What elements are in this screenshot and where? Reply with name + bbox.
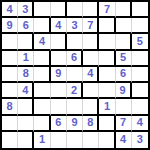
cell-r8c3-empty[interactable]	[34, 116, 50, 132]
cell-r6c7-empty[interactable]	[99, 83, 115, 99]
cell-r7c8-empty[interactable]	[116, 99, 132, 115]
cell-r5c4-given: 9	[51, 67, 67, 83]
cell-r2c2-given: 6	[18, 18, 34, 34]
cell-r4c2-given: 1	[18, 51, 34, 67]
cell-r7c6-empty[interactable]	[83, 99, 99, 115]
cell-r1c3-empty[interactable]	[34, 2, 50, 18]
cell-r9c6-empty[interactable]	[83, 132, 99, 148]
cell-r8c1-empty[interactable]	[2, 116, 18, 132]
cell-r9c3-given: 1	[34, 132, 50, 148]
cell-r7c4-empty[interactable]	[51, 99, 67, 115]
cell-r6c4-empty[interactable]	[51, 83, 67, 99]
cell-r7c3-empty[interactable]	[34, 99, 50, 115]
cell-r2c8-empty[interactable]	[116, 18, 132, 34]
cell-r7c1-given: 8	[2, 99, 18, 115]
cell-r6c3-empty[interactable]	[34, 83, 50, 99]
cell-r9c5-empty[interactable]	[67, 132, 83, 148]
cell-r1c8-empty[interactable]	[116, 2, 132, 18]
cell-r4c8-given: 5	[116, 51, 132, 67]
cell-r5c2-given: 8	[18, 67, 34, 83]
cell-r4c1-empty[interactable]	[2, 51, 18, 67]
cell-r9c2-empty[interactable]	[18, 132, 34, 148]
cell-r9c4-empty[interactable]	[51, 132, 67, 148]
cell-r7c2-empty[interactable]	[18, 99, 34, 115]
cell-r8c5-given: 9	[67, 116, 83, 132]
cell-r3c1-empty[interactable]	[2, 34, 18, 50]
cell-r4c6-empty[interactable]	[83, 51, 99, 67]
cell-r5c1-empty[interactable]	[2, 67, 18, 83]
cell-r2c6-given: 7	[83, 18, 99, 34]
cell-r5c5-empty[interactable]	[67, 67, 83, 83]
sudoku-board: 437964374516589464298169874143	[0, 0, 150, 150]
cell-r3c2-empty[interactable]	[18, 34, 34, 50]
cell-r5c3-empty[interactable]	[34, 67, 50, 83]
cell-r2c9-empty[interactable]	[132, 18, 148, 34]
cell-r1c7-given: 7	[99, 2, 115, 18]
cell-r1c5-empty[interactable]	[67, 2, 83, 18]
cell-r6c1-empty[interactable]	[2, 83, 18, 99]
cell-r3c9-given: 5	[132, 34, 148, 50]
cell-r9c8-given: 4	[116, 132, 132, 148]
cell-r7c5-empty[interactable]	[67, 99, 83, 115]
cell-r2c5-given: 3	[67, 18, 83, 34]
cell-r9c1-empty[interactable]	[2, 132, 18, 148]
cell-r5c9-empty[interactable]	[132, 67, 148, 83]
cell-r2c3-empty[interactable]	[34, 18, 50, 34]
cell-r5c8-given: 6	[116, 67, 132, 83]
cell-r7c9-empty[interactable]	[132, 99, 148, 115]
cell-r8c7-empty[interactable]	[99, 116, 115, 132]
cell-r4c7-empty[interactable]	[99, 51, 115, 67]
cell-r1c2-given: 3	[18, 2, 34, 18]
cell-r7c7-given: 1	[99, 99, 115, 115]
cell-r1c1-given: 4	[2, 2, 18, 18]
cell-r2c7-empty[interactable]	[99, 18, 115, 34]
cell-r8c2-empty[interactable]	[18, 116, 34, 132]
cell-r8c9-given: 4	[132, 116, 148, 132]
cell-r1c9-empty[interactable]	[132, 2, 148, 18]
cell-r1c6-empty[interactable]	[83, 2, 99, 18]
cell-r3c7-empty[interactable]	[99, 34, 115, 50]
cell-r6c9-empty[interactable]	[132, 83, 148, 99]
cell-r9c9-given: 3	[132, 132, 148, 148]
cell-r6c8-given: 9	[116, 83, 132, 99]
cell-r4c5-given: 6	[67, 51, 83, 67]
cell-r3c5-empty[interactable]	[67, 34, 83, 50]
cell-r1c4-empty[interactable]	[51, 2, 67, 18]
cell-r3c3-given: 4	[34, 34, 50, 50]
cell-r6c6-empty[interactable]	[83, 83, 99, 99]
cell-r2c1-given: 9	[2, 18, 18, 34]
cell-r4c4-empty[interactable]	[51, 51, 67, 67]
cell-r9c7-empty[interactable]	[99, 132, 115, 148]
cell-r5c6-given: 4	[83, 67, 99, 83]
cell-r3c4-empty[interactable]	[51, 34, 67, 50]
cell-r6c2-given: 4	[18, 83, 34, 99]
cell-r8c8-given: 7	[116, 116, 132, 132]
cell-r4c3-empty[interactable]	[34, 51, 50, 67]
cell-r6c5-given: 2	[67, 83, 83, 99]
cell-r3c8-empty[interactable]	[116, 34, 132, 50]
cell-r3c6-empty[interactable]	[83, 34, 99, 50]
cell-r8c6-given: 8	[83, 116, 99, 132]
cell-r4c9-empty[interactable]	[132, 51, 148, 67]
cell-r8c4-given: 6	[51, 116, 67, 132]
cell-r2c4-given: 4	[51, 18, 67, 34]
cell-r5c7-empty[interactable]	[99, 67, 115, 83]
